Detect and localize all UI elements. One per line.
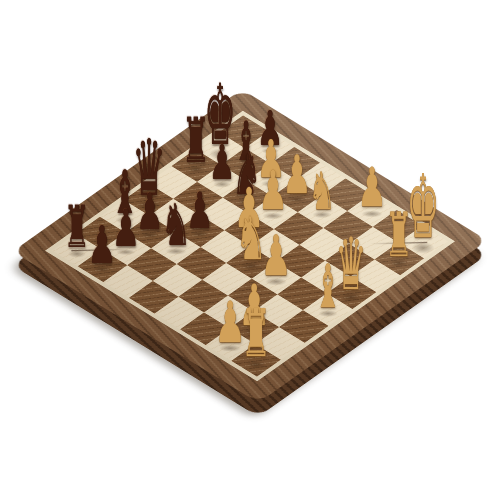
board-surface (13, 89, 488, 402)
product-photo: ♚♛♜♜♝♝♞♞♟♟♟♟♟♟♚♛♜♜♝♞♞♟♟♟♟♟♟♟♟ 1kr1qb1r/p… (0, 0, 500, 500)
